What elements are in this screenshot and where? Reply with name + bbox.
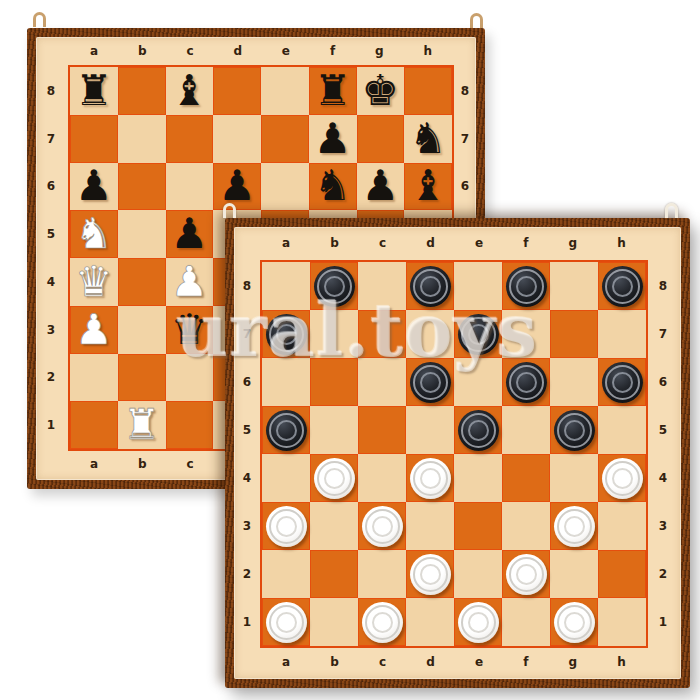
hanger-hook-icon <box>665 203 678 218</box>
chess-square-h6: ♝ <box>404 163 452 211</box>
checkers-rank-label-3: 3 <box>243 519 251 533</box>
checkers-file-label-g: g <box>569 236 578 250</box>
chess-file-label-d: d <box>233 44 242 58</box>
checkers-square-g2 <box>550 550 598 598</box>
chess-piece-white-knight-a5: ♞ <box>75 211 113 257</box>
checkers-square-b4 <box>310 454 358 502</box>
chess-square-h7: ♞ <box>404 115 452 163</box>
chess-rank-label-6: 6 <box>47 179 55 193</box>
checkers-man-white-d4 <box>410 458 451 499</box>
checkers-square-b2 <box>310 550 358 598</box>
chess-rank-label-5: 5 <box>47 227 55 241</box>
checkers-rank-label-6: 6 <box>243 375 251 389</box>
checkers-square-h7 <box>598 310 646 358</box>
checkers-man-white-c3 <box>362 506 403 547</box>
chess-rank-label-7: 7 <box>461 132 469 146</box>
checkers-square-h6 <box>598 358 646 406</box>
chess-square-d7 <box>213 115 261 163</box>
checkers-square-f2 <box>502 550 550 598</box>
chess-piece-black-pawn-d6: ♟ <box>218 163 256 209</box>
chess-piece-black-knight-f6: ♞ <box>314 163 352 209</box>
checkers-square-e1 <box>454 598 502 646</box>
checkers-file-label-a: a <box>282 655 290 669</box>
chess-file-label-c: c <box>186 457 193 471</box>
checkers-man-black-h6 <box>602 362 643 403</box>
chess-rank-label-3: 3 <box>47 323 55 337</box>
chess-square-e7 <box>261 115 309 163</box>
chess-file-label-f: f <box>330 44 335 58</box>
checkers-rank-label-4: 4 <box>659 471 667 485</box>
chess-piece-black-bishop-h6: ♝ <box>409 163 447 209</box>
checkers-square-h4 <box>598 454 646 502</box>
checkers-square-f4 <box>502 454 550 502</box>
chess-square-h8 <box>404 67 452 115</box>
chess-square-g7 <box>357 115 405 163</box>
checkers-square-d2 <box>406 550 454 598</box>
checkers-square-b1 <box>310 598 358 646</box>
chess-piece-white-rook-b1: ♜ <box>123 402 161 448</box>
checkers-square-a4 <box>262 454 310 502</box>
checkers-man-white-e1 <box>458 602 499 643</box>
chess-file-label-b: b <box>138 44 147 58</box>
chess-square-b7 <box>118 115 166 163</box>
chess-square-b8 <box>118 67 166 115</box>
checkers-square-g1 <box>550 598 598 646</box>
checkers-square-d4 <box>406 454 454 502</box>
checkers-rank-label-2: 2 <box>659 567 667 581</box>
chess-square-b5 <box>118 210 166 258</box>
chess-square-g8: ♚ <box>357 67 405 115</box>
checkers-rank-label-3: 3 <box>659 519 667 533</box>
chess-square-a5: ♞ <box>70 210 118 258</box>
chess-piece-black-knight-h7: ♞ <box>409 116 447 162</box>
checkers-square-e4 <box>454 454 502 502</box>
checkers-file-label-b: b <box>330 236 339 250</box>
chess-square-g6: ♟ <box>357 163 405 211</box>
chess-file-label-g: g <box>375 44 384 58</box>
chess-square-a6: ♟ <box>70 163 118 211</box>
checkers-man-white-a3 <box>266 506 307 547</box>
chess-square-f6: ♞ <box>309 163 357 211</box>
watermark: ural.toys <box>176 288 538 373</box>
checkers-man-white-h4 <box>602 458 643 499</box>
checkers-square-d3 <box>406 502 454 550</box>
checkers-square-e5 <box>454 406 502 454</box>
checkers-file-label-a: a <box>282 236 290 250</box>
chess-piece-black-rook-f8: ♜ <box>314 68 352 114</box>
checkers-file-label-e: e <box>475 655 483 669</box>
chess-square-b3 <box>118 306 166 354</box>
chess-file-label-b: b <box>138 457 147 471</box>
chess-piece-black-bishop-c8: ♝ <box>171 68 209 114</box>
chess-file-label-e: e <box>282 44 290 58</box>
checkers-square-a3 <box>262 502 310 550</box>
chess-piece-black-pawn-c5: ♟ <box>171 211 209 257</box>
checkers-man-white-b4 <box>314 458 355 499</box>
chess-square-a8: ♜ <box>70 67 118 115</box>
checkers-rank-label-5: 5 <box>243 423 251 437</box>
checkers-square-h8 <box>598 262 646 310</box>
chess-rank-label-6: 6 <box>461 179 469 193</box>
chess-piece-white-pawn-a3: ♟ <box>75 307 113 353</box>
hanger-hook-icon <box>33 12 46 27</box>
checkers-square-e3 <box>454 502 502 550</box>
checkers-file-label-d: d <box>426 655 435 669</box>
chess-square-b6 <box>118 163 166 211</box>
checkers-square-h2 <box>598 550 646 598</box>
checkers-square-g5 <box>550 406 598 454</box>
checkers-man-white-d2 <box>410 554 451 595</box>
chess-file-label-h: h <box>423 44 432 58</box>
chess-piece-black-rook-a8: ♜ <box>75 68 113 114</box>
chess-file-label-a: a <box>90 44 98 58</box>
checkers-file-label-b: b <box>330 655 339 669</box>
checkers-square-h1 <box>598 598 646 646</box>
chess-square-a7 <box>70 115 118 163</box>
checkers-square-c2 <box>358 550 406 598</box>
chess-square-c7 <box>166 115 214 163</box>
chess-square-c1 <box>166 401 214 449</box>
chess-file-label-a: a <box>90 457 98 471</box>
hanger-hook-icon <box>223 203 236 218</box>
product-photo: abcdefgh abcdefgh 87654321 87654321 ♜♝♜♚… <box>0 0 700 700</box>
checkers-rank-label-5: 5 <box>659 423 667 437</box>
chess-square-e8 <box>261 67 309 115</box>
chess-square-a2 <box>70 354 118 402</box>
checkers-square-c5 <box>358 406 406 454</box>
checkers-square-d1 <box>406 598 454 646</box>
chess-file-label-c: c <box>186 44 193 58</box>
checkers-square-b3 <box>310 502 358 550</box>
chess-square-a3: ♟ <box>70 306 118 354</box>
checkers-square-d5 <box>406 406 454 454</box>
checkers-man-black-g5 <box>554 410 595 451</box>
chess-rank-label-1: 1 <box>47 418 55 432</box>
checkers-square-f5 <box>502 406 550 454</box>
checkers-file-labels-top: abcdefgh <box>262 230 646 256</box>
checkers-man-white-f2 <box>506 554 547 595</box>
chess-rank-label-7: 7 <box>47 132 55 146</box>
chess-square-d8 <box>213 67 261 115</box>
chess-rank-labels-left: 87654321 <box>38 67 64 449</box>
checkers-rank-label-6: 6 <box>659 375 667 389</box>
chess-piece-black-pawn-f7: ♟ <box>314 116 352 162</box>
checkers-file-label-e: e <box>475 236 483 250</box>
chess-square-b4 <box>118 258 166 306</box>
checkers-square-g4 <box>550 454 598 502</box>
checkers-square-a5 <box>262 406 310 454</box>
checkers-rank-label-2: 2 <box>243 567 251 581</box>
chess-square-c6 <box>166 163 214 211</box>
checkers-square-c4 <box>358 454 406 502</box>
checkers-rank-label-7: 7 <box>659 327 667 341</box>
checkers-file-label-g: g <box>569 655 578 669</box>
checkers-square-c3 <box>358 502 406 550</box>
checkers-square-a2 <box>262 550 310 598</box>
checkers-rank-label-1: 1 <box>659 615 667 629</box>
chess-piece-black-pawn-a6: ♟ <box>75 163 113 209</box>
checkers-square-e2 <box>454 550 502 598</box>
checkers-square-g7 <box>550 310 598 358</box>
chess-piece-black-pawn-g6: ♟ <box>362 163 400 209</box>
checkers-square-g6 <box>550 358 598 406</box>
checkers-rank-labels-right: 87654321 <box>648 262 678 646</box>
checkers-square-b5 <box>310 406 358 454</box>
chess-rank-label-4: 4 <box>47 275 55 289</box>
checkers-man-white-c1 <box>362 602 403 643</box>
checkers-square-c1 <box>358 598 406 646</box>
checkers-square-h5 <box>598 406 646 454</box>
chess-piece-black-king-g8: ♚ <box>362 68 400 114</box>
chess-piece-white-queen-a4: ♛ <box>75 259 113 305</box>
checkers-file-label-h: h <box>617 236 626 250</box>
checkers-file-label-f: f <box>523 655 528 669</box>
checkers-square-f3 <box>502 502 550 550</box>
checkers-man-white-a1 <box>266 602 307 643</box>
checkers-rank-label-8: 8 <box>659 279 667 293</box>
checkers-file-labels-bottom: abcdefgh <box>262 648 646 676</box>
checkers-file-label-c: c <box>379 655 386 669</box>
chess-square-a1 <box>70 401 118 449</box>
chess-square-a4: ♛ <box>70 258 118 306</box>
checkers-file-label-d: d <box>426 236 435 250</box>
checkers-rank-label-1: 1 <box>243 615 251 629</box>
checkers-man-black-h8 <box>602 266 643 307</box>
checkers-man-black-a5 <box>266 410 307 451</box>
checkers-square-f1 <box>502 598 550 646</box>
checkers-file-label-f: f <box>523 236 528 250</box>
chess-square-c8: ♝ <box>166 67 214 115</box>
chess-square-e6 <box>261 163 309 211</box>
checkers-square-h3 <box>598 502 646 550</box>
checkers-man-white-g1 <box>554 602 595 643</box>
checkers-man-white-g3 <box>554 506 595 547</box>
chess-rank-label-8: 8 <box>461 84 469 98</box>
checkers-square-a1 <box>262 598 310 646</box>
chess-square-d6: ♟ <box>213 163 261 211</box>
checkers-rank-label-4: 4 <box>243 471 251 485</box>
checkers-file-label-h: h <box>617 655 626 669</box>
chess-rank-label-8: 8 <box>47 84 55 98</box>
checkers-man-black-e5 <box>458 410 499 451</box>
chess-square-c5: ♟ <box>166 210 214 258</box>
checkers-square-g3 <box>550 502 598 550</box>
chess-rank-label-2: 2 <box>47 370 55 384</box>
chess-square-b2 <box>118 354 166 402</box>
hanger-hook-icon <box>470 13 483 28</box>
chess-square-f8: ♜ <box>309 67 357 115</box>
checkers-square-g8 <box>550 262 598 310</box>
chess-square-b1: ♜ <box>118 401 166 449</box>
chess-file-labels-top: abcdefgh <box>70 39 452 63</box>
checkers-file-label-c: c <box>379 236 386 250</box>
chess-square-f7: ♟ <box>309 115 357 163</box>
